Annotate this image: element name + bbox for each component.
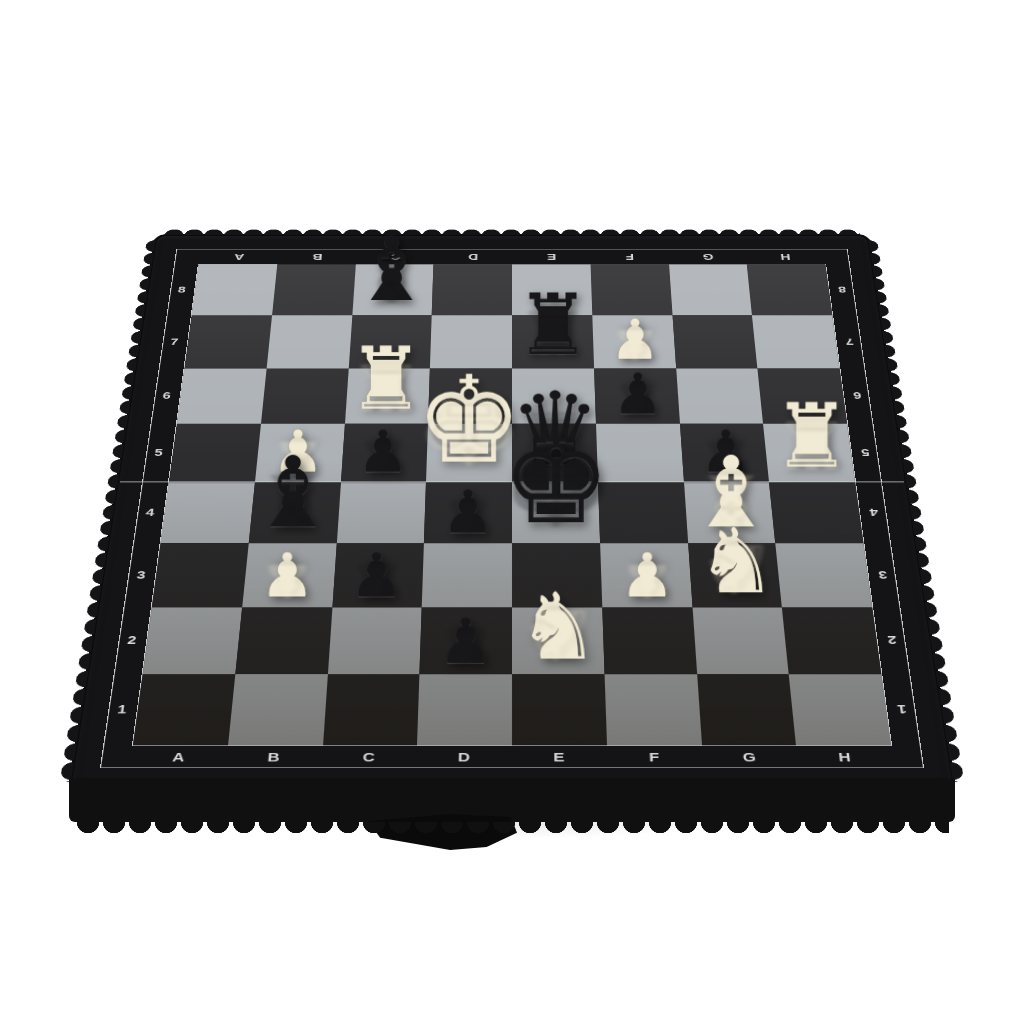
- file-label-top-e: E: [512, 251, 590, 263]
- square-b2: [235, 607, 332, 674]
- black-bishop-b4: ♝: [248, 443, 336, 541]
- board-front-edge: [69, 778, 955, 822]
- square-d2: ♟: [420, 607, 512, 674]
- rank-label-left-7: 7: [165, 336, 185, 346]
- file-label-top-g: G: [668, 251, 747, 263]
- square-d8: [432, 264, 512, 315]
- white-pawn-f3: ♟: [620, 545, 675, 606]
- white-knight-g3: ♞: [696, 515, 777, 605]
- rank-label-right-3: 3: [871, 569, 893, 581]
- square-d5: ♚: [426, 424, 512, 482]
- rank-label-left-2: 2: [121, 634, 144, 647]
- rank-label-left-5: 5: [149, 447, 170, 458]
- square-b6: [261, 368, 349, 424]
- square-e1: [512, 674, 607, 745]
- square-h5: ♜: [763, 424, 855, 482]
- square-h4: [769, 482, 863, 543]
- square-h7: [752, 315, 839, 368]
- square-f1: [604, 674, 701, 745]
- black-pawn-c3: ♟: [350, 545, 405, 606]
- rank-label-left-8: 8: [172, 285, 192, 294]
- square-h8: [747, 264, 832, 315]
- square-g1: [697, 674, 797, 745]
- square-c2: [327, 607, 422, 674]
- inner-frame-line: ♝♜♟♜♟♟♟♚♛♟♜♝♟♚♝♟♟♟♞♟♞: [132, 264, 892, 746]
- scalloped-edge-top: [164, 229, 860, 235]
- square-a6: [177, 368, 266, 424]
- white-knight-e2: ♞: [517, 580, 600, 673]
- square-b1: [228, 674, 328, 745]
- file-label-top-b: B: [277, 251, 356, 263]
- square-a3: [152, 543, 249, 607]
- square-h2: [782, 607, 881, 674]
- rank-label-right-1: 1: [890, 703, 914, 716]
- square-b3: ♟: [242, 543, 336, 607]
- black-bishop-c8: ♝: [352, 224, 432, 314]
- file-label-top-c: C: [355, 251, 434, 263]
- square-f3: ♟: [600, 543, 692, 607]
- square-a2: [143, 607, 242, 674]
- square-a8: [192, 264, 277, 315]
- square-c3: ♟: [332, 543, 424, 607]
- file-label-top-f: F: [590, 251, 669, 263]
- file-labels-top: ABCDEFGH: [199, 251, 825, 263]
- file-label-bottom-d: D: [417, 749, 512, 766]
- rank-label-left-1: 1: [111, 703, 135, 716]
- square-c8: ♝: [352, 264, 434, 315]
- square-b7: [266, 315, 351, 368]
- square-e2: ♞: [512, 607, 604, 674]
- file-label-bottom-e: E: [512, 749, 607, 766]
- black-pawn-d4: ♟: [441, 482, 494, 541]
- file-label-bottom-a: A: [130, 749, 227, 766]
- file-label-bottom-h: H: [797, 749, 894, 766]
- white-pawn-f7: ♟: [610, 312, 660, 367]
- black-pawn-f6: ♟: [612, 366, 663, 423]
- square-d3: [422, 543, 512, 607]
- chess-set: ABCDEFGH ABCDEFGH 87654321 87654321 ♝♜♟♜…: [67, 234, 956, 791]
- photo-background: ABCDEFGH ABCDEFGH 87654321 87654321 ♝♜♟♜…: [0, 0, 1024, 1024]
- file-label-bottom-c: C: [321, 749, 417, 766]
- file-labels-bottom: ABCDEFGH: [130, 749, 894, 766]
- square-b4: ♝: [248, 482, 340, 543]
- board-frame: ABCDEFGH ABCDEFGH 87654321 87654321 ♝♜♟♜…: [67, 234, 956, 791]
- rank-label-right-7: 7: [839, 336, 859, 346]
- black-king-e4: ♚: [501, 419, 611, 542]
- square-h1: [789, 674, 891, 745]
- square-a5: [169, 424, 261, 482]
- rank-label-right-6: 6: [846, 391, 867, 401]
- rank-label-right-5: 5: [854, 447, 875, 458]
- rank-label-left-4: 4: [140, 506, 162, 517]
- white-pawn-b3: ♟: [260, 545, 315, 606]
- square-f2: [602, 607, 697, 674]
- square-c1: [323, 674, 420, 745]
- square-a4: [161, 482, 255, 543]
- rank-label-right-8: 8: [832, 285, 852, 294]
- file-label-bottom-g: G: [702, 749, 799, 766]
- square-g2: [692, 607, 789, 674]
- file-label-top-d: D: [434, 251, 512, 263]
- square-e7: ♜: [512, 315, 594, 368]
- square-a7: [185, 315, 272, 368]
- rank-label-left-6: 6: [157, 391, 178, 401]
- square-g7: [672, 315, 757, 368]
- white-rook-h5: ♜: [773, 393, 852, 481]
- rank-label-right-4: 4: [862, 506, 884, 517]
- rank-label-right-2: 2: [880, 634, 903, 647]
- file-label-top-a: A: [199, 251, 278, 263]
- square-d1: [417, 674, 512, 745]
- rank-label-left-3: 3: [131, 569, 153, 581]
- square-g6: [676, 368, 764, 424]
- square-a1: [133, 674, 235, 745]
- white-rook-c6: ♜: [348, 337, 425, 423]
- black-pawn-d2: ♟: [438, 610, 494, 672]
- chessboard: ♝♜♟♜♟♟♟♚♛♟♜♝♟♚♝♟♟♟♞♟♞: [133, 264, 891, 745]
- square-e4: ♚: [512, 482, 600, 543]
- black-pawn-c5: ♟: [357, 423, 409, 481]
- file-label-bottom-b: B: [226, 749, 323, 766]
- square-g8: [669, 264, 753, 315]
- square-b8: [272, 264, 356, 315]
- square-h3: [776, 543, 873, 607]
- coordinate-frame: ABCDEFGH ABCDEFGH 87654321 87654321 ♝♜♟♜…: [100, 249, 924, 768]
- square-g3: ♞: [688, 543, 782, 607]
- file-label-bottom-f: F: [607, 749, 703, 766]
- black-rook-e7: ♜: [515, 283, 590, 367]
- square-d4: ♟: [424, 482, 512, 543]
- square-c4: [336, 482, 426, 543]
- file-label-top-h: H: [746, 251, 825, 263]
